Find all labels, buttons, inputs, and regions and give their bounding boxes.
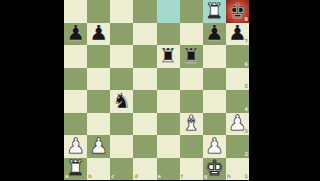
square-a6[interactable] (64, 45, 87, 68)
square-b2[interactable]: ♟ (87, 135, 110, 158)
square-c6[interactable] (110, 45, 133, 68)
square-h5[interactable]: 5 (226, 68, 249, 91)
square-g8[interactable]: ♜ (203, 0, 226, 23)
square-f4[interactable] (180, 90, 203, 113)
white-pawn[interactable]: ♟ (228, 113, 247, 134)
square-f2[interactable] (180, 135, 203, 158)
white-king[interactable]: ♚ (205, 158, 224, 179)
square-d6[interactable] (133, 45, 156, 68)
square-h3[interactable]: 3♟ (226, 113, 249, 136)
square-d3[interactable] (133, 113, 156, 136)
square-g4[interactable] (203, 90, 226, 113)
square-g3[interactable] (203, 113, 226, 136)
square-e7[interactable] (157, 23, 180, 46)
square-g6[interactable] (203, 45, 226, 68)
file-label-f: f (181, 174, 183, 179)
square-b1[interactable]: b (87, 158, 110, 181)
file-label-h: h (227, 174, 231, 179)
rank-label-6: 6 (245, 62, 248, 67)
white-pawn[interactable]: ♟ (66, 135, 85, 156)
black-king[interactable]: ♚ (228, 0, 247, 21)
square-b4[interactable] (87, 90, 110, 113)
black-pawn[interactable]: ♟ (228, 23, 247, 44)
square-c4[interactable]: ♞ (110, 90, 133, 113)
rank-label-2: 2 (245, 152, 248, 157)
white-rook[interactable]: ♜ (66, 158, 85, 179)
square-c3[interactable] (110, 113, 133, 136)
square-c7[interactable] (110, 23, 133, 46)
black-knight[interactable]: ♞ (112, 90, 131, 111)
square-c8[interactable] (110, 0, 133, 23)
rank-label-1: 1 (245, 174, 248, 179)
square-g1[interactable]: g♚ (203, 158, 226, 181)
square-h2[interactable]: 2 (226, 135, 249, 158)
black-pawn[interactable]: ♟ (89, 23, 108, 44)
square-h8[interactable]: 8♚ (226, 0, 249, 23)
square-a1[interactable]: a♜ (64, 158, 87, 181)
square-d1[interactable]: d (133, 158, 156, 181)
black-pawn[interactable]: ♟ (66, 23, 85, 44)
white-pawn[interactable]: ♟ (205, 135, 224, 156)
white-pawn[interactable]: ♟ (89, 135, 108, 156)
square-b6[interactable] (87, 45, 110, 68)
black-rook[interactable]: ♜ (182, 45, 201, 66)
square-a8[interactable] (64, 0, 87, 23)
white-rook[interactable]: ♜ (205, 0, 224, 21)
file-label-b: b (88, 174, 92, 179)
square-f1[interactable]: f (180, 158, 203, 181)
file-label-c: c (111, 174, 114, 179)
square-f6[interactable]: ♜ (180, 45, 203, 68)
square-e8[interactable] (157, 0, 180, 23)
square-f7[interactable] (180, 23, 203, 46)
square-f3[interactable]: ♝ (180, 113, 203, 136)
black-rook[interactable]: ♜ (159, 45, 178, 66)
black-pawn[interactable]: ♟ (205, 23, 224, 44)
square-e4[interactable] (157, 90, 180, 113)
square-a5[interactable] (64, 68, 87, 91)
rank-label-5: 5 (245, 84, 248, 89)
square-a2[interactable]: ♟ (64, 135, 87, 158)
chess-board: ♜8♚♟♟♟7♟♜♜65♞4♝3♟♟♟♟2a♜bcdefg♚h1 (64, 0, 249, 180)
square-g2[interactable]: ♟ (203, 135, 226, 158)
square-h4[interactable]: 4 (226, 90, 249, 113)
square-a7[interactable]: ♟ (64, 23, 87, 46)
square-c1[interactable]: c (110, 158, 133, 181)
square-f8[interactable] (180, 0, 203, 23)
square-e1[interactable]: e (157, 158, 180, 181)
square-d2[interactable] (133, 135, 156, 158)
square-a4[interactable] (64, 90, 87, 113)
square-b5[interactable] (87, 68, 110, 91)
square-e3[interactable] (157, 113, 180, 136)
square-h1[interactable]: h1 (226, 158, 249, 181)
square-e6[interactable]: ♜ (157, 45, 180, 68)
square-d8[interactable] (133, 0, 156, 23)
square-e5[interactable] (157, 68, 180, 91)
square-b7[interactable]: ♟ (87, 23, 110, 46)
file-label-e: e (158, 174, 161, 179)
square-d7[interactable] (133, 23, 156, 46)
square-d4[interactable] (133, 90, 156, 113)
square-c2[interactable] (110, 135, 133, 158)
square-d5[interactable] (133, 68, 156, 91)
file-label-d: d (134, 174, 138, 179)
square-a3[interactable] (64, 113, 87, 136)
square-b8[interactable] (87, 0, 110, 23)
square-e2[interactable] (157, 135, 180, 158)
app-background: ♜8♚♟♟♟7♟♜♜65♞4♝3♟♟♟♟2a♜bcdefg♚h1 (0, 0, 320, 180)
square-h7[interactable]: 7♟ (226, 23, 249, 46)
white-bishop[interactable]: ♝ (182, 113, 201, 134)
square-g5[interactable] (203, 68, 226, 91)
square-b3[interactable] (87, 113, 110, 136)
square-f5[interactable] (180, 68, 203, 91)
square-c5[interactable] (110, 68, 133, 91)
square-h6[interactable]: 6 (226, 45, 249, 68)
square-g7[interactable]: ♟ (203, 23, 226, 46)
